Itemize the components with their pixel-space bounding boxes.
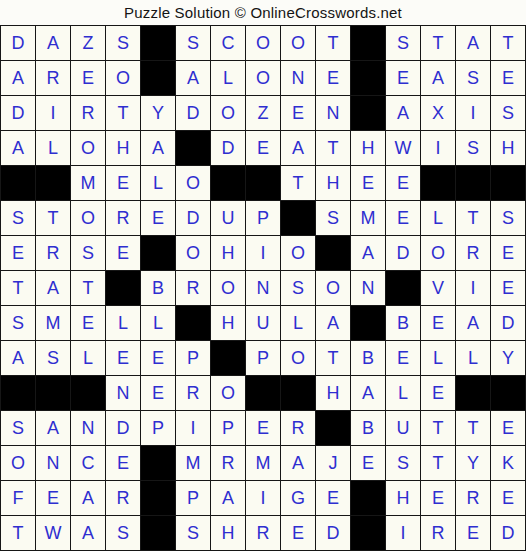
letter-cell: B: [141, 271, 175, 305]
letter-cell: E: [246, 411, 280, 445]
letter-cell: T: [1, 271, 35, 305]
black-cell: [456, 376, 490, 410]
letter-cell: D: [176, 96, 210, 130]
letter-cell: T: [421, 26, 455, 60]
letter-cell: S: [106, 516, 140, 550]
letter-cell: T: [316, 26, 350, 60]
letter-cell: L: [421, 201, 455, 235]
letter-cell: A: [456, 26, 490, 60]
letter-cell: O: [421, 236, 455, 270]
letter-cell: L: [456, 341, 490, 375]
letter-cell: A: [351, 236, 385, 270]
letter-cell: C: [211, 26, 245, 60]
letter-cell: I: [386, 516, 420, 550]
letter-cell: E: [491, 61, 525, 95]
letter-cell: P: [141, 411, 175, 445]
letter-cell: S: [281, 271, 315, 305]
letter-cell: S: [1, 201, 35, 235]
letter-cell: H: [106, 131, 140, 165]
black-cell: [36, 166, 70, 200]
black-cell: [141, 516, 175, 550]
letter-cell: A: [36, 26, 70, 60]
black-cell: [141, 61, 175, 95]
letter-cell: V: [421, 271, 455, 305]
letter-cell: E: [421, 481, 455, 515]
letter-cell: A: [71, 516, 105, 550]
letter-cell: R: [106, 201, 140, 235]
letter-cell: O: [246, 26, 280, 60]
letter-cell: L: [106, 306, 140, 340]
letter-cell: E: [106, 166, 140, 200]
letter-cell: S: [71, 236, 105, 270]
letter-cell: A: [316, 306, 350, 340]
letter-cell: T: [1, 516, 35, 550]
letter-cell: P: [211, 411, 245, 445]
letter-cell: B: [351, 411, 385, 445]
black-cell: [246, 376, 280, 410]
letter-cell: S: [456, 61, 490, 95]
letter-cell: O: [71, 131, 105, 165]
letter-cell: I: [456, 96, 490, 130]
letter-cell: A: [281, 446, 315, 480]
letter-cell: R: [176, 376, 210, 410]
letter-cell: E: [491, 271, 525, 305]
letter-cell: U: [246, 306, 280, 340]
letter-cell: E: [421, 376, 455, 410]
black-cell: [386, 271, 420, 305]
letter-cell: H: [386, 481, 420, 515]
black-cell: [141, 481, 175, 515]
letter-cell: S: [456, 131, 490, 165]
letter-cell: A: [71, 481, 105, 515]
black-cell: [351, 481, 385, 515]
letter-cell: T: [421, 411, 455, 445]
letter-cell: I: [421, 131, 455, 165]
black-cell: [36, 376, 70, 410]
letter-cell: T: [281, 166, 315, 200]
letter-cell: E: [316, 61, 350, 95]
letter-cell: O: [1, 446, 35, 480]
letter-cell: L: [141, 306, 175, 340]
letter-cell: B: [351, 341, 385, 375]
letter-cell: A: [1, 131, 35, 165]
letter-cell: R: [211, 446, 245, 480]
letter-cell: A: [1, 341, 35, 375]
black-cell: [211, 341, 245, 375]
letter-cell: D: [316, 516, 350, 550]
black-cell: [281, 376, 315, 410]
letter-cell: O: [176, 236, 210, 270]
letter-cell: D: [1, 96, 35, 130]
letter-cell: T: [456, 201, 490, 235]
black-cell: [351, 26, 385, 60]
letter-cell: O: [281, 236, 315, 270]
letter-cell: S: [36, 341, 70, 375]
letter-cell: R: [421, 516, 455, 550]
letter-cell: E: [281, 516, 315, 550]
letter-cell: T: [106, 96, 140, 130]
black-cell: [421, 166, 455, 200]
letter-cell: T: [71, 271, 105, 305]
letter-cell: O: [211, 271, 245, 305]
letter-cell: S: [386, 26, 420, 60]
letter-cell: O: [246, 61, 280, 95]
letter-cell: E: [421, 306, 455, 340]
letter-cell: S: [491, 201, 525, 235]
letter-cell: T: [456, 411, 490, 445]
letter-cell: B: [386, 306, 420, 340]
letter-cell: M: [71, 166, 105, 200]
letter-cell: P: [246, 341, 280, 375]
black-cell: [456, 166, 490, 200]
black-cell: [246, 166, 280, 200]
letter-cell: R: [246, 516, 280, 550]
letter-cell: H: [351, 131, 385, 165]
letter-cell: L: [281, 306, 315, 340]
letter-cell: S: [106, 26, 140, 60]
letter-cell: P: [246, 201, 280, 235]
letter-cell: S: [1, 306, 35, 340]
black-cell: [176, 131, 210, 165]
letter-cell: L: [211, 61, 245, 95]
letter-cell: T: [316, 341, 350, 375]
black-cell: [141, 236, 175, 270]
letter-cell: E: [106, 341, 140, 375]
letter-cell: A: [456, 306, 490, 340]
letter-cell: R: [36, 236, 70, 270]
letter-cell: D: [106, 411, 140, 445]
letter-cell: S: [316, 201, 350, 235]
black-cell: [491, 376, 525, 410]
letter-cell: E: [141, 376, 175, 410]
black-cell: [106, 271, 140, 305]
black-cell: [71, 376, 105, 410]
letter-cell: H: [316, 376, 350, 410]
letter-cell: S: [1, 411, 35, 445]
letter-cell: D: [386, 236, 420, 270]
letter-cell: J: [316, 446, 350, 480]
letter-cell: U: [211, 201, 245, 235]
letter-cell: E: [386, 166, 420, 200]
letter-cell: O: [316, 271, 350, 305]
puzzle-solution-page: Puzzle Solution © OnlineCrosswords.net D…: [0, 0, 526, 551]
letter-cell: D: [211, 131, 245, 165]
letter-cell: R: [456, 236, 490, 270]
letter-cell: L: [36, 131, 70, 165]
letter-cell: R: [106, 481, 140, 515]
black-cell: [211, 166, 245, 200]
letter-cell: G: [281, 481, 315, 515]
letter-cell: E: [456, 516, 490, 550]
black-cell: [141, 26, 175, 60]
letter-cell: L: [386, 376, 420, 410]
letter-cell: M: [176, 446, 210, 480]
letter-cell: E: [351, 446, 385, 480]
letter-cell: N: [246, 271, 280, 305]
letter-cell: M: [36, 306, 70, 340]
letter-cell: L: [421, 341, 455, 375]
letter-cell: I: [246, 481, 280, 515]
black-cell: [1, 376, 35, 410]
letter-cell: E: [491, 411, 525, 445]
letter-cell: R: [456, 481, 490, 515]
letter-cell: A: [211, 481, 245, 515]
letter-cell: T: [421, 446, 455, 480]
letter-cell: E: [141, 341, 175, 375]
letter-cell: A: [141, 131, 175, 165]
letter-cell: H: [316, 166, 350, 200]
letter-cell: O: [211, 96, 245, 130]
letter-cell: O: [106, 61, 140, 95]
letter-cell: E: [386, 201, 420, 235]
letter-cell: A: [36, 271, 70, 305]
letter-cell: N: [36, 446, 70, 480]
letter-cell: R: [71, 96, 105, 130]
letter-cell: H: [211, 236, 245, 270]
black-cell: [491, 166, 525, 200]
letter-cell: N: [106, 376, 140, 410]
black-cell: [1, 166, 35, 200]
black-cell: [316, 411, 350, 445]
letter-cell: S: [176, 26, 210, 60]
letter-cell: A: [176, 61, 210, 95]
letter-cell: D: [1, 26, 35, 60]
black-cell: [141, 446, 175, 480]
letter-cell: Y: [491, 341, 525, 375]
letter-cell: N: [316, 96, 350, 130]
letter-cell: T: [316, 131, 350, 165]
letter-cell: P: [176, 341, 210, 375]
letter-cell: W: [386, 131, 420, 165]
letter-cell: H: [211, 306, 245, 340]
letter-cell: A: [281, 131, 315, 165]
letter-cell: E: [386, 341, 420, 375]
black-cell: [316, 236, 350, 270]
letter-cell: E: [106, 236, 140, 270]
letter-cell: E: [36, 481, 70, 515]
letter-cell: T: [36, 201, 70, 235]
letter-cell: O: [71, 201, 105, 235]
letter-cell: A: [386, 96, 420, 130]
letter-cell: Y: [456, 446, 490, 480]
letter-cell: A: [351, 376, 385, 410]
letter-cell: N: [351, 271, 385, 305]
letter-cell: E: [386, 61, 420, 95]
letter-cell: N: [281, 61, 315, 95]
letter-cell: O: [211, 376, 245, 410]
letter-cell: R: [281, 411, 315, 445]
letter-cell: S: [386, 446, 420, 480]
letter-cell: P: [176, 481, 210, 515]
letter-cell: E: [1, 236, 35, 270]
page-title: Puzzle Solution © OnlineCrosswords.net: [0, 0, 526, 25]
letter-cell: L: [141, 166, 175, 200]
black-cell: [351, 96, 385, 130]
black-cell: [176, 306, 210, 340]
letter-cell: I: [456, 271, 490, 305]
black-cell: [281, 201, 315, 235]
letter-cell: Z: [246, 96, 280, 130]
letter-cell: D: [491, 306, 525, 340]
letter-cell: Z: [71, 26, 105, 60]
letter-cell: K: [491, 446, 525, 480]
black-cell: [351, 516, 385, 550]
letter-cell: D: [176, 201, 210, 235]
letter-cell: E: [71, 306, 105, 340]
letter-cell: S: [176, 516, 210, 550]
letter-cell: Y: [141, 96, 175, 130]
letter-cell: D: [491, 516, 525, 550]
letter-cell: A: [1, 61, 35, 95]
letter-cell: L: [71, 341, 105, 375]
letter-cell: I: [246, 236, 280, 270]
letter-cell: A: [421, 61, 455, 95]
letter-cell: I: [36, 96, 70, 130]
letter-cell: R: [176, 271, 210, 305]
black-cell: [351, 61, 385, 95]
letter-cell: N: [71, 411, 105, 445]
letter-cell: W: [36, 516, 70, 550]
letter-cell: M: [246, 446, 280, 480]
letter-cell: U: [386, 411, 420, 445]
letter-cell: O: [281, 341, 315, 375]
letter-cell: R: [36, 61, 70, 95]
letter-cell: E: [246, 131, 280, 165]
letter-cell: H: [491, 131, 525, 165]
letter-cell: M: [351, 201, 385, 235]
letter-cell: E: [141, 201, 175, 235]
letter-cell: I: [176, 411, 210, 445]
letter-cell: O: [176, 166, 210, 200]
letter-cell: T: [491, 26, 525, 60]
letter-cell: H: [211, 516, 245, 550]
black-cell: [351, 306, 385, 340]
letter-cell: E: [316, 481, 350, 515]
letter-cell: E: [106, 446, 140, 480]
letter-cell: E: [491, 481, 525, 515]
letter-cell: O: [281, 26, 315, 60]
letter-cell: C: [71, 446, 105, 480]
letter-cell: E: [491, 236, 525, 270]
letter-cell: E: [71, 61, 105, 95]
letter-cell: A: [36, 411, 70, 445]
letter-cell: X: [421, 96, 455, 130]
letter-cell: F: [1, 481, 35, 515]
letter-cell: S: [491, 96, 525, 130]
letter-cell: E: [351, 166, 385, 200]
crossword-grid: DAZSSCOOTSTATAREOALONEEASEDIRTYDOZENAXIS…: [0, 25, 526, 551]
letter-cell: E: [281, 96, 315, 130]
